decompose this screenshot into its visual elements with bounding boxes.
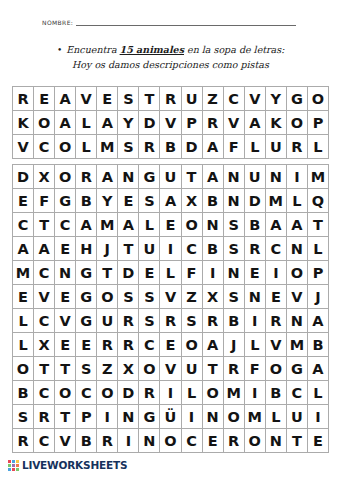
grid-cell-r6c11[interactable]: S	[224, 213, 244, 236]
grid-cell-r2c1[interactable]: K	[13, 111, 33, 134]
grid-cell-r7c10[interactable]: B	[203, 237, 223, 260]
grid-cell-r15c12[interactable]: O	[245, 429, 265, 452]
grid-cell-r4c13[interactable]: N	[266, 165, 286, 188]
grid-cell-r9c3[interactable]: E	[55, 285, 75, 308]
grid-cell-r15c14[interactable]: T	[287, 429, 307, 452]
grid-cell-r8c12[interactable]: E	[245, 261, 265, 284]
grid-cell-r13c5[interactable]: O	[97, 381, 117, 404]
grid-cell-r10c4[interactable]: G	[76, 309, 96, 332]
grid-cell-r4c9[interactable]: T	[182, 165, 202, 188]
grid-cell-r11c2[interactable]: X	[34, 333, 54, 356]
grid-cell-r15c13[interactable]: N	[266, 429, 286, 452]
grid-cell-r12c15[interactable]: A	[308, 357, 328, 380]
grid-cell-r2c5[interactable]: A	[97, 111, 117, 134]
grid-cell-r15c1[interactable]: R	[13, 429, 33, 452]
instructions-line1: •Encuentra 15 animales en la sopa de let…	[57, 43, 284, 57]
grid-cell-r5c3[interactable]: G	[55, 189, 75, 212]
grid-cell-r4c5[interactable]: A	[97, 165, 117, 188]
grid-cell-r15c5[interactable]: R	[97, 429, 117, 452]
grid-cell-r5c6[interactable]: E	[118, 189, 138, 212]
grid-cell-r7c13[interactable]: C	[266, 237, 286, 260]
grid-cell-r8c10[interactable]: I	[203, 261, 223, 284]
grid-cell-r15c2[interactable]: C	[34, 429, 54, 452]
grid-cell-r8c8[interactable]: L	[160, 261, 180, 284]
grid-cell-r13c1[interactable]: B	[13, 381, 33, 404]
grid-cell-r8c15[interactable]: P	[308, 261, 328, 284]
grid-cell-r7c15[interactable]: L	[308, 237, 328, 260]
grid-cell-r13c12[interactable]: I	[245, 381, 265, 404]
grid-cell-r2c14[interactable]: O	[287, 111, 307, 134]
grid-cell-r11c6[interactable]: R	[118, 333, 138, 356]
grid-cell-r10c14[interactable]: N	[287, 309, 307, 332]
grid-cell-r6c3[interactable]: C	[55, 213, 75, 236]
grid-cell-r6c14[interactable]: A	[287, 213, 307, 236]
grid-cell-r3c14[interactable]: R	[287, 135, 307, 158]
grid-cell-r2c11[interactable]: V	[224, 111, 244, 134]
grid-cell-r6c5[interactable]: M	[97, 213, 117, 236]
grid-cell-r11c3[interactable]: E	[55, 333, 75, 356]
grid-cell-r7c2[interactable]: A	[34, 237, 54, 260]
grid-cell-r10c15[interactable]: A	[308, 309, 328, 332]
grid-cell-r2c8[interactable]: V	[160, 111, 180, 134]
grid-cell-r4c1[interactable]: D	[13, 165, 33, 188]
grid-cell-r7c12[interactable]: R	[245, 237, 265, 260]
grid-cell-r1c12[interactable]: V	[245, 87, 265, 110]
grid-cell-r13c9[interactable]: L	[182, 381, 202, 404]
grid-cell-r10c11[interactable]: B	[224, 309, 244, 332]
grid-cell-r14c8[interactable]: Ü	[160, 405, 180, 428]
grid-cell-r13c6[interactable]: D	[118, 381, 138, 404]
grid-cell-r8c6[interactable]: D	[118, 261, 138, 284]
grid-cell-r9c14[interactable]: V	[287, 285, 307, 308]
grid-cell-r7c8[interactable]: I	[160, 237, 180, 260]
grid-cell-r8c4[interactable]: G	[76, 261, 96, 284]
grid-cell-r1c7[interactable]: T	[139, 87, 159, 110]
grid-cell-r7c4[interactable]: H	[76, 237, 96, 260]
grid-cell-r14c5[interactable]: I	[97, 405, 117, 428]
grid-cell-r9c11[interactable]: S	[224, 285, 244, 308]
grid-cell-r5c7[interactable]: S	[139, 189, 159, 212]
grid-cell-r11c9[interactable]: O	[182, 333, 202, 356]
grid-cell-r1c11[interactable]: C	[224, 87, 244, 110]
grid-cell-r14c10[interactable]: N	[203, 405, 223, 428]
grid-cell-r2c6[interactable]: Y	[118, 111, 138, 134]
grid-cell-r10c13[interactable]: R	[266, 309, 286, 332]
grid-cell-r12c14[interactable]: G	[287, 357, 307, 380]
grid-cell-r4c12[interactable]: U	[245, 165, 265, 188]
grid-cell-r5c12[interactable]: D	[245, 189, 265, 212]
grid-cell-r6c7[interactable]: L	[139, 213, 159, 236]
grid-cell-r4c10[interactable]: A	[203, 165, 223, 188]
grid-cell-r4c7[interactable]: G	[139, 165, 159, 188]
grid-cell-r15c10[interactable]: E	[203, 429, 223, 452]
grid-cell-r12c13[interactable]: O	[266, 357, 286, 380]
liveworksheets-logo[interactable]: LIVEWORKSHEETS	[8, 459, 127, 471]
grid-cell-r4c3[interactable]: O	[55, 165, 75, 188]
grid-cell-r4c14[interactable]: I	[287, 165, 307, 188]
grid-cell-r3c3[interactable]: O	[55, 135, 75, 158]
grid-cell-r5c11[interactable]: N	[224, 189, 244, 212]
grid-cell-r9c9[interactable]: Z	[182, 285, 202, 308]
instructions-highlight: 15 animales	[120, 44, 184, 55]
grid-cell-r1c8[interactable]: R	[160, 87, 180, 110]
grid-cell-r9c6[interactable]: S	[118, 285, 138, 308]
grid-cell-r15c6[interactable]: I	[118, 429, 138, 452]
grid-cell-r1c14[interactable]: G	[287, 87, 307, 110]
grid-cell-r8c3[interactable]: N	[55, 261, 75, 284]
grid-cell-r11c10[interactable]: A	[203, 333, 223, 356]
grid-cell-r10c8[interactable]: R	[160, 309, 180, 332]
grid-cell-r4c11[interactable]: N	[224, 165, 244, 188]
grid-cell-r8c9[interactable]: F	[182, 261, 202, 284]
grid-cell-r7c6[interactable]: T	[118, 237, 138, 260]
grid-cell-r5c14[interactable]: L	[287, 189, 307, 212]
grid-cell-r11c11[interactable]: J	[224, 333, 244, 356]
grid-cell-r14c15[interactable]: I	[308, 405, 328, 428]
grid-cell-r7c7[interactable]: U	[139, 237, 159, 260]
grid-cell-r7c14[interactable]: N	[287, 237, 307, 260]
instructions-prefix: Encuentra	[66, 44, 119, 55]
grid-cell-r5c8[interactable]: A	[160, 189, 180, 212]
grid-cell-r2c12[interactable]: A	[245, 111, 265, 134]
grid-cell-r5c15[interactable]: Q	[308, 189, 328, 212]
grid-cell-r7c9[interactable]: C	[182, 237, 202, 260]
grid-cell-r10c2[interactable]: C	[34, 309, 54, 332]
grid-cell-r4c15[interactable]: M	[308, 165, 328, 188]
grid-cell-r3c7[interactable]: R	[139, 135, 159, 158]
grid-cell-r9c5[interactable]: O	[97, 285, 117, 308]
grid-cell-r8c1[interactable]: M	[13, 261, 33, 284]
name-field-row: NOMBRE:	[42, 17, 296, 26]
grid-cell-r6c15[interactable]: T	[308, 213, 328, 236]
grid-cell-r6c2[interactable]: T	[34, 213, 54, 236]
liveworksheets-logo-text: LIVEWORKSHEETS	[22, 459, 127, 471]
grid-cell-r8c11[interactable]: N	[224, 261, 244, 284]
grid-cell-r14c9[interactable]: I	[182, 405, 202, 428]
grid-cell-r14c1[interactable]: S	[13, 405, 33, 428]
grid-cell-r14c12[interactable]: M	[245, 405, 265, 428]
grid-cell-r12c2[interactable]: T	[34, 357, 54, 380]
grid-cell-r2c4[interactable]: L	[76, 111, 96, 134]
grid-cell-r10c7[interactable]: S	[139, 309, 159, 332]
grid-cell-r12c11[interactable]: R	[224, 357, 244, 380]
grid-cell-r1c5[interactable]: E	[97, 87, 117, 110]
grid-cell-r2c15[interactable]: P	[308, 111, 328, 134]
grid-cell-r14c2[interactable]: R	[34, 405, 54, 428]
grid-cell-r12c10[interactable]: T	[203, 357, 223, 380]
grid-cell-r14c13[interactable]: L	[266, 405, 286, 428]
grid-cell-r6c6[interactable]: A	[118, 213, 138, 236]
grid-cell-r1c15[interactable]: O	[308, 87, 328, 110]
grid-cell-r8c5[interactable]: T	[97, 261, 117, 284]
grid-cell-r3c6[interactable]: S	[118, 135, 138, 158]
grid-cell-r3c4[interactable]: L	[76, 135, 96, 158]
instructions-suffix: en la sopa de letras:	[184, 44, 284, 55]
grid-cell-r6c8[interactable]: E	[160, 213, 180, 236]
grid-cell-r7c11[interactable]: S	[224, 237, 244, 260]
grid-cell-r9c15[interactable]: J	[308, 285, 328, 308]
grid-cell-r1c1[interactable]: R	[13, 87, 33, 110]
grid-cell-r13c13[interactable]: B	[266, 381, 286, 404]
grid-cell-r12c7[interactable]: O	[139, 357, 159, 380]
grid-cell-r3c12[interactable]: L	[245, 135, 265, 158]
grid-cell-r14c7[interactable]: G	[139, 405, 159, 428]
name-label: NOMBRE:	[42, 19, 73, 26]
grid-cell-r14c11[interactable]: O	[224, 405, 244, 428]
grid-cell-r1c2[interactable]: E	[34, 87, 54, 110]
grid-cell-r3c2[interactable]: C	[34, 135, 54, 158]
instructions-line2: Hoy os damos descripciones como pistas	[72, 58, 284, 71]
grid-cell-r3c15[interactable]: L	[308, 135, 328, 158]
word-search-grid-top: REAVESTRUZCVYGOKOALAYDVPRVAKOPVCOLMSRBDA…	[12, 86, 329, 159]
grid-cell-r10c1[interactable]: L	[13, 309, 33, 332]
grid-cell-r15c3[interactable]: V	[55, 429, 75, 452]
grid-cell-r13c4[interactable]: C	[76, 381, 96, 404]
grid-cell-r5c10[interactable]: B	[203, 189, 223, 212]
grid-cell-r2c2[interactable]: O	[34, 111, 54, 134]
grid-cell-r1c13[interactable]: Y	[266, 87, 286, 110]
grid-cell-r15c8[interactable]: O	[160, 429, 180, 452]
grid-cell-r15c7[interactable]: N	[139, 429, 159, 452]
grid-cell-r2c13[interactable]: K	[266, 111, 286, 134]
grid-cell-r14c3[interactable]: T	[55, 405, 75, 428]
grid-cell-r12c4[interactable]: S	[76, 357, 96, 380]
grid-cell-r13c2[interactable]: C	[34, 381, 54, 404]
grid-cell-r2c10[interactable]: R	[203, 111, 223, 134]
grid-cell-r11c7[interactable]: C	[139, 333, 159, 356]
grid-cell-r10c10[interactable]: R	[203, 309, 223, 332]
name-input-line[interactable]	[76, 17, 296, 26]
grid-cell-r3c11[interactable]: F	[224, 135, 244, 158]
grid-cell-r9c12[interactable]: N	[245, 285, 265, 308]
grid-cell-r11c12[interactable]: L	[245, 333, 265, 356]
grid-cell-r13c11[interactable]: M	[224, 381, 244, 404]
grid-cell-r8c14[interactable]: O	[287, 261, 307, 284]
grid-cell-r8c7[interactable]: E	[139, 261, 159, 284]
grid-cell-r6c13[interactable]: A	[266, 213, 286, 236]
grid-cell-r12c6[interactable]: X	[118, 357, 138, 380]
grid-cell-r12c5[interactable]: Z	[97, 357, 117, 380]
grid-cell-r1c10[interactable]: Z	[203, 87, 223, 110]
grid-cell-r7c1[interactable]: A	[13, 237, 33, 260]
grid-cell-r1c9[interactable]: U	[182, 87, 202, 110]
grid-cell-r4c6[interactable]: N	[118, 165, 138, 188]
grid-cell-r1c6[interactable]: S	[118, 87, 138, 110]
grid-cell-r12c9[interactable]: U	[182, 357, 202, 380]
grid-cell-r1c3[interactable]: A	[55, 87, 75, 110]
grid-cell-r7c3[interactable]: E	[55, 237, 75, 260]
grid-cell-r14c14[interactable]: U	[287, 405, 307, 428]
grid-cell-r9c4[interactable]: G	[76, 285, 96, 308]
grid-cell-r3c13[interactable]: U	[266, 135, 286, 158]
grid-cell-r11c15[interactable]: B	[308, 333, 328, 356]
grid-cell-r10c3[interactable]: V	[55, 309, 75, 332]
grid-cell-r14c6[interactable]: N	[118, 405, 138, 428]
grid-cell-r9c1[interactable]: E	[13, 285, 33, 308]
grid-cell-r13c10[interactable]: O	[203, 381, 223, 404]
grid-cell-r15c9[interactable]: C	[182, 429, 202, 452]
word-search-grid-bottom: DXORANGUTANUNIMEFGBYESAXBNDMLQCTCAMALEON…	[12, 164, 329, 453]
grid-cell-r11c5[interactable]: R	[97, 333, 117, 356]
grid-cell-r4c2[interactable]: X	[34, 165, 54, 188]
grid-cell-r8c13[interactable]: I	[266, 261, 286, 284]
grid-cell-r11c4[interactable]: E	[76, 333, 96, 356]
grid-cell-r12c1[interactable]: O	[13, 357, 33, 380]
liveworksheets-logo-icon	[8, 460, 19, 471]
grid-cell-r10c6[interactable]: R	[118, 309, 138, 332]
grid-cell-r13c3[interactable]: O	[55, 381, 75, 404]
grid-cell-r3c8[interactable]: B	[160, 135, 180, 158]
grid-cell-r3c5[interactable]: M	[97, 135, 117, 158]
grid-cell-r11c14[interactable]: M	[287, 333, 307, 356]
grid-cell-r12c3[interactable]: T	[55, 357, 75, 380]
grid-cell-r6c9[interactable]: O	[182, 213, 202, 236]
grid-cell-r7c5[interactable]: J	[97, 237, 117, 260]
grid-cell-r13c7[interactable]: R	[139, 381, 159, 404]
grid-cell-r5c13[interactable]: M	[266, 189, 286, 212]
grid-cell-r10c5[interactable]: U	[97, 309, 117, 332]
grid-cell-r4c8[interactable]: U	[160, 165, 180, 188]
grid-cell-r5c1[interactable]: E	[13, 189, 33, 212]
grid-cell-r2c7[interactable]: D	[139, 111, 159, 134]
grid-cell-r3c1[interactable]: V	[13, 135, 33, 158]
grid-cell-r12c12[interactable]: F	[245, 357, 265, 380]
grid-cell-r9c2[interactable]: V	[34, 285, 54, 308]
grid-cell-r6c10[interactable]: N	[203, 213, 223, 236]
grid-cell-r6c1[interactable]: C	[13, 213, 33, 236]
grid-cell-r13c14[interactable]: C	[287, 381, 307, 404]
grid-cell-r14c4[interactable]: P	[76, 405, 96, 428]
grid-cell-r5c5[interactable]: Y	[97, 189, 117, 212]
grid-cell-r3c9[interactable]: D	[182, 135, 202, 158]
grid-cell-r2c9[interactable]: P	[182, 111, 202, 134]
grid-cell-r2c3[interactable]: A	[55, 111, 75, 134]
grid-cell-r6c4[interactable]: A	[76, 213, 96, 236]
grid-cell-r10c12[interactable]: I	[245, 309, 265, 332]
grid-cell-r6c12[interactable]: B	[245, 213, 265, 236]
grid-cell-r13c8[interactable]: I	[160, 381, 180, 404]
grid-cell-r3c10[interactable]: A	[203, 135, 223, 158]
grid-cell-r10c9[interactable]: S	[182, 309, 202, 332]
grid-cell-r15c15[interactable]: E	[308, 429, 328, 452]
grid-cell-r11c8[interactable]: E	[160, 333, 180, 356]
grid-cell-r8c2[interactable]: C	[34, 261, 54, 284]
grid-cell-r15c11[interactable]: R	[224, 429, 244, 452]
grid-cell-r12c8[interactable]: V	[160, 357, 180, 380]
instructions: •Encuentra 15 animales en la sopa de let…	[57, 43, 284, 71]
grid-cell-r9c13[interactable]: E	[266, 285, 286, 308]
grid-cell-r5c2[interactable]: F	[34, 189, 54, 212]
bullet-icon: •	[57, 45, 62, 55]
grid-cell-r5c9[interactable]: X	[182, 189, 202, 212]
grid-cell-r1c4[interactable]: V	[76, 87, 96, 110]
grid-cell-r9c10[interactable]: X	[203, 285, 223, 308]
grid-cell-r13c15[interactable]: L	[308, 381, 328, 404]
grid-cell-r9c7[interactable]: S	[139, 285, 159, 308]
grid-cell-r9c8[interactable]: V	[160, 285, 180, 308]
grid-cell-r5c4[interactable]: B	[76, 189, 96, 212]
grid-cell-r15c4[interactable]: B	[76, 429, 96, 452]
grid-cell-r4c4[interactable]: R	[76, 165, 96, 188]
grid-cell-r11c1[interactable]: L	[13, 333, 33, 356]
grid-cell-r11c13[interactable]: V	[266, 333, 286, 356]
